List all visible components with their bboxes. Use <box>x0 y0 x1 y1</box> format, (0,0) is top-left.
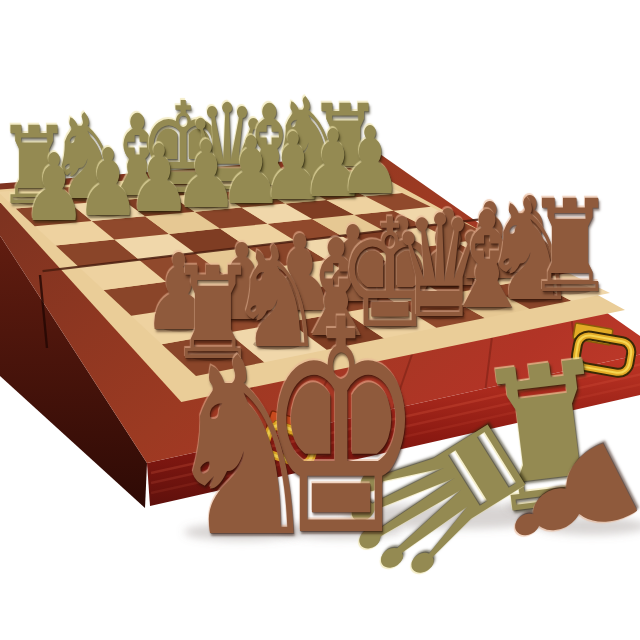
chess-board <box>0 0 640 640</box>
chess-set-photo: ♜♞♝♚♛♝♞♜♟♟♟♟♟♟♟♟♟♟♟♟♟♟♟♟♜♞♝♚♛♝♞♜♜♛♟♚♞ <box>0 0 640 640</box>
floor-shadow <box>506 498 590 514</box>
